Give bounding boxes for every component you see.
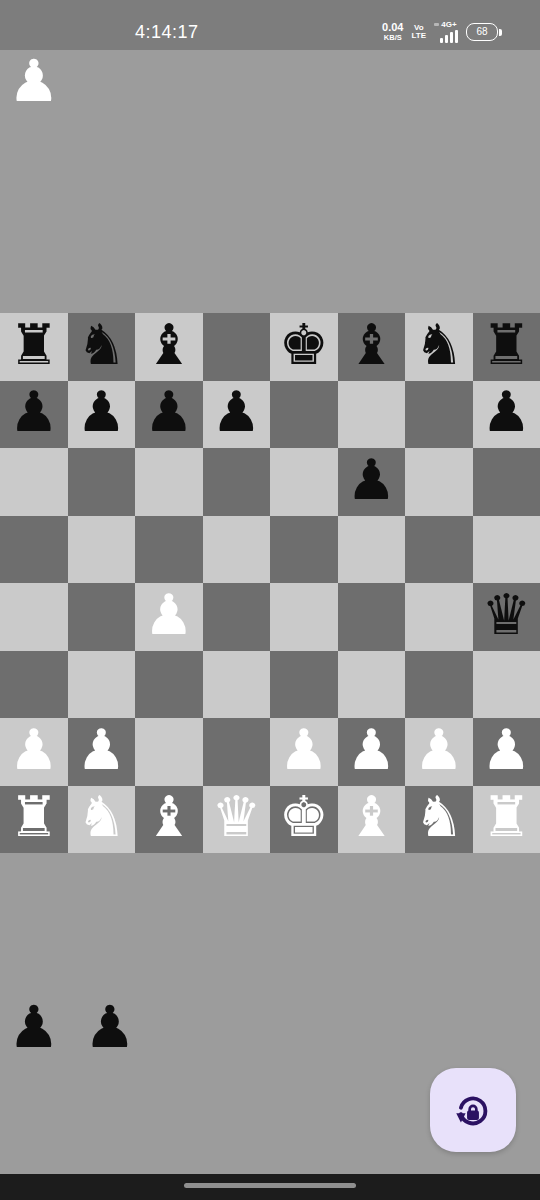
square-b1[interactable]: ♞ bbox=[68, 786, 136, 854]
square-c6[interactable] bbox=[135, 448, 203, 516]
square-c5[interactable] bbox=[135, 516, 203, 584]
phone-screen: 4:14:17 0.04 KB/S Vo LTE 4G+ 68 bbox=[0, 0, 540, 1200]
piece-bp: ♟ bbox=[346, 452, 396, 508]
square-f2[interactable]: ♟ bbox=[338, 718, 406, 786]
gesture-pill[interactable] bbox=[184, 1183, 356, 1188]
square-c8[interactable]: ♝ bbox=[135, 313, 203, 381]
piece-wr: ♜ bbox=[9, 789, 59, 845]
square-a6[interactable] bbox=[0, 448, 68, 516]
square-f5[interactable] bbox=[338, 516, 406, 584]
square-b4[interactable] bbox=[68, 583, 136, 651]
square-g7[interactable] bbox=[405, 381, 473, 449]
square-d3[interactable] bbox=[203, 651, 271, 719]
square-f4[interactable] bbox=[338, 583, 406, 651]
square-g6[interactable] bbox=[405, 448, 473, 516]
square-d7[interactable]: ♟ bbox=[203, 381, 271, 449]
square-c3[interactable] bbox=[135, 651, 203, 719]
square-a4[interactable] bbox=[0, 583, 68, 651]
square-h2[interactable]: ♟ bbox=[473, 718, 540, 786]
square-e2[interactable]: ♟ bbox=[270, 718, 338, 786]
square-g3[interactable] bbox=[405, 651, 473, 719]
piece-wp: ♟ bbox=[76, 722, 126, 778]
square-g1[interactable]: ♞ bbox=[405, 786, 473, 854]
signal-indicator: 4G+ bbox=[434, 21, 458, 43]
piece-wp: ♟ bbox=[346, 722, 396, 778]
square-g8[interactable]: ♞ bbox=[405, 313, 473, 381]
piece-bp: ♟ bbox=[481, 384, 531, 440]
square-d6[interactable] bbox=[203, 448, 271, 516]
rotation-lock-icon bbox=[450, 1087, 496, 1133]
square-f3[interactable] bbox=[338, 651, 406, 719]
piece-br: ♜ bbox=[9, 317, 59, 373]
network-type-label: 4G+ bbox=[441, 21, 456, 29]
piece-bq: ♛ bbox=[481, 587, 531, 643]
piece-wp: ♟ bbox=[481, 722, 531, 778]
square-h1[interactable]: ♜ bbox=[473, 786, 540, 854]
piece-wb: ♝ bbox=[346, 789, 396, 845]
square-b2[interactable]: ♟ bbox=[68, 718, 136, 786]
captured-pieces-top: ♟ bbox=[8, 52, 60, 110]
square-g2[interactable]: ♟ bbox=[405, 718, 473, 786]
square-f1[interactable]: ♝ bbox=[338, 786, 406, 854]
square-d1[interactable]: ♛ bbox=[203, 786, 271, 854]
piece-bn: ♞ bbox=[414, 317, 464, 373]
piece-wr: ♜ bbox=[481, 789, 531, 845]
piece-wp: ♟ bbox=[144, 587, 194, 643]
square-e5[interactable] bbox=[270, 516, 338, 584]
battery-nub bbox=[499, 29, 502, 36]
square-c7[interactable]: ♟ bbox=[135, 381, 203, 449]
status-bar: 4:14:17 0.04 KB/S Vo LTE 4G+ 68 bbox=[0, 0, 540, 50]
piece-bp: ♟ bbox=[9, 384, 59, 440]
square-f6[interactable]: ♟ bbox=[338, 448, 406, 516]
square-g5[interactable] bbox=[405, 516, 473, 584]
network-speed-indicator: 0.04 KB/S bbox=[382, 22, 403, 42]
battery-indicator: 68 bbox=[466, 23, 502, 41]
square-a3[interactable] bbox=[0, 651, 68, 719]
square-h4[interactable]: ♛ bbox=[473, 583, 540, 651]
signal-bars-icon bbox=[440, 30, 458, 43]
piece-bk: ♚ bbox=[279, 317, 329, 373]
captured-piece-bp: ♟ bbox=[8, 998, 60, 1056]
square-e4[interactable] bbox=[270, 583, 338, 651]
square-f7[interactable] bbox=[338, 381, 406, 449]
piece-wn: ♞ bbox=[414, 789, 464, 845]
square-c4[interactable]: ♟ bbox=[135, 583, 203, 651]
square-e6[interactable] bbox=[270, 448, 338, 516]
battery-icon: 68 bbox=[466, 23, 498, 41]
square-h6[interactable] bbox=[473, 448, 540, 516]
rotate-board-button[interactable] bbox=[430, 1068, 516, 1152]
square-g4[interactable] bbox=[405, 583, 473, 651]
square-b5[interactable] bbox=[68, 516, 136, 584]
piece-wb: ♝ bbox=[144, 789, 194, 845]
square-a5[interactable] bbox=[0, 516, 68, 584]
piece-wp: ♟ bbox=[279, 722, 329, 778]
square-b6[interactable] bbox=[68, 448, 136, 516]
square-a7[interactable]: ♟ bbox=[0, 381, 68, 449]
piece-wq: ♛ bbox=[211, 789, 261, 845]
chess-board: ♜♞♝♚♝♞♜♟♟♟♟♟♟♟♛♟♟♟♟♟♟♜♞♝♛♚♝♞♜ bbox=[0, 313, 540, 853]
piece-bb: ♝ bbox=[144, 317, 194, 373]
square-b8[interactable]: ♞ bbox=[68, 313, 136, 381]
square-e7[interactable] bbox=[270, 381, 338, 449]
piece-bp: ♟ bbox=[144, 384, 194, 440]
square-e1[interactable]: ♚ bbox=[270, 786, 338, 854]
square-c1[interactable]: ♝ bbox=[135, 786, 203, 854]
square-h7[interactable]: ♟ bbox=[473, 381, 540, 449]
captured-pieces-bottom: ♟♟ bbox=[8, 998, 136, 1056]
navigation-bar bbox=[0, 1174, 540, 1200]
piece-wp: ♟ bbox=[9, 722, 59, 778]
piece-wp: ♟ bbox=[414, 722, 464, 778]
square-h5[interactable] bbox=[473, 516, 540, 584]
square-h8[interactable]: ♜ bbox=[473, 313, 540, 381]
clock: 4:14:17 bbox=[135, 23, 199, 41]
piece-bp: ♟ bbox=[76, 384, 126, 440]
square-a2[interactable]: ♟ bbox=[0, 718, 68, 786]
network-speed-value: 0.04 bbox=[382, 22, 403, 33]
square-b3[interactable] bbox=[68, 651, 136, 719]
piece-bb: ♝ bbox=[346, 317, 396, 373]
piece-wn: ♞ bbox=[76, 789, 126, 845]
square-a8[interactable]: ♜ bbox=[0, 313, 68, 381]
square-f8[interactable]: ♝ bbox=[338, 313, 406, 381]
piece-wk: ♚ bbox=[279, 789, 329, 845]
square-d4[interactable] bbox=[203, 583, 271, 651]
status-icons: 0.04 KB/S Vo LTE 4G+ 68 bbox=[382, 21, 502, 43]
square-d2[interactable] bbox=[203, 718, 271, 786]
sim2-signal-icon bbox=[434, 23, 439, 26]
square-d8[interactable] bbox=[203, 313, 271, 381]
volte-line2: LTE bbox=[411, 32, 426, 40]
piece-bp: ♟ bbox=[211, 384, 261, 440]
captured-piece-wp: ♟ bbox=[8, 52, 60, 110]
captured-piece-bp: ♟ bbox=[84, 998, 136, 1056]
square-b7[interactable]: ♟ bbox=[68, 381, 136, 449]
square-d5[interactable] bbox=[203, 516, 271, 584]
square-a1[interactable]: ♜ bbox=[0, 786, 68, 854]
sim1-signal: 4G+ bbox=[440, 21, 458, 43]
square-e3[interactable] bbox=[270, 651, 338, 719]
network-speed-unit: KB/S bbox=[384, 34, 402, 42]
piece-bn: ♞ bbox=[76, 317, 126, 373]
piece-br: ♜ bbox=[481, 317, 531, 373]
square-c2[interactable] bbox=[135, 718, 203, 786]
square-h3[interactable] bbox=[473, 651, 540, 719]
square-e8[interactable]: ♚ bbox=[270, 313, 338, 381]
volte-indicator: Vo LTE bbox=[411, 24, 426, 40]
